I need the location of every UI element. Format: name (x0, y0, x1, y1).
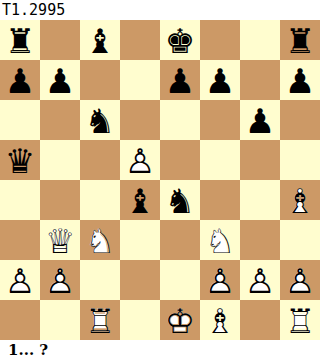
white-rook: ♜♖ (80, 300, 120, 340)
square-h4[interactable]: ♝♗ (280, 180, 320, 220)
square-g6[interactable]: ♟ (240, 100, 280, 140)
square-f2[interactable]: ♟♙ (200, 260, 240, 300)
white-pawn: ♟♙ (0, 260, 40, 300)
square-e2[interactable] (160, 260, 200, 300)
square-f6[interactable] (200, 100, 240, 140)
square-e4[interactable]: ♞ (160, 180, 200, 220)
square-c1[interactable]: ♜♖ (80, 300, 120, 340)
square-b1[interactable] (40, 300, 80, 340)
square-b3[interactable]: ♛♕ (40, 220, 80, 260)
white-king: ♚♔ (160, 300, 200, 340)
square-e5[interactable] (160, 140, 200, 180)
white-knight: ♞♘ (200, 220, 240, 260)
square-h8[interactable]: ♜ (280, 20, 320, 60)
white-bishop: ♝♗ (280, 180, 320, 220)
white-pawn: ♟♙ (200, 260, 240, 300)
square-b2[interactable]: ♟♙ (40, 260, 80, 300)
square-b6[interactable] (40, 100, 80, 140)
square-f5[interactable] (200, 140, 240, 180)
square-g4[interactable] (240, 180, 280, 220)
black-knight: ♞ (80, 100, 120, 140)
square-c4[interactable] (80, 180, 120, 220)
square-g8[interactable] (240, 20, 280, 60)
square-d3[interactable] (120, 220, 160, 260)
square-g2[interactable]: ♟♙ (240, 260, 280, 300)
square-g5[interactable] (240, 140, 280, 180)
position-id-label: T1.2995 (0, 1, 65, 19)
square-d2[interactable] (120, 260, 160, 300)
square-f1[interactable]: ♝♗ (200, 300, 240, 340)
square-h5[interactable] (280, 140, 320, 180)
white-pawn: ♟♙ (120, 140, 160, 180)
square-a2[interactable]: ♟♙ (0, 260, 40, 300)
black-queen: ♛ (0, 140, 40, 180)
square-e6[interactable] (160, 100, 200, 140)
square-d8[interactable] (120, 20, 160, 60)
black-bishop: ♝ (120, 180, 160, 220)
square-f8[interactable] (200, 20, 240, 60)
square-e8[interactable]: ♚ (160, 20, 200, 60)
white-knight: ♞♘ (80, 220, 120, 260)
square-f4[interactable] (200, 180, 240, 220)
square-b4[interactable] (40, 180, 80, 220)
chess-trainer-window: T1.2995 ♜♝♚♜♟♟♟♟♟♞♟♛♟♙♝♞♝♗♛♕♞♘♞♘♟♙♟♙♟♙♟♙… (0, 0, 320, 360)
black-bishop: ♝ (80, 20, 120, 60)
square-e3[interactable] (160, 220, 200, 260)
white-pawn: ♟♙ (240, 260, 280, 300)
black-pawn: ♟ (40, 60, 80, 100)
square-e7[interactable]: ♟ (160, 60, 200, 100)
square-a8[interactable]: ♜ (0, 20, 40, 60)
white-pawn: ♟♙ (280, 260, 320, 300)
square-g1[interactable] (240, 300, 280, 340)
square-h2[interactable]: ♟♙ (280, 260, 320, 300)
black-rook: ♜ (280, 20, 320, 60)
square-e1[interactable]: ♚♔ (160, 300, 200, 340)
white-queen: ♛♕ (40, 220, 80, 260)
black-pawn: ♟ (280, 60, 320, 100)
square-f7[interactable]: ♟ (200, 60, 240, 100)
square-a6[interactable] (0, 100, 40, 140)
square-b5[interactable] (40, 140, 80, 180)
black-pawn: ♟ (240, 100, 280, 140)
square-a1[interactable] (0, 300, 40, 340)
black-knight: ♞ (160, 180, 200, 220)
footer-bar: 1... ? (0, 340, 320, 360)
white-bishop: ♝♗ (200, 300, 240, 340)
square-d6[interactable] (120, 100, 160, 140)
square-h1[interactable]: ♜♖ (280, 300, 320, 340)
square-h3[interactable] (280, 220, 320, 260)
square-c6[interactable]: ♞ (80, 100, 120, 140)
square-d4[interactable]: ♝ (120, 180, 160, 220)
square-b7[interactable]: ♟ (40, 60, 80, 100)
move-prompt-label: 1... ? (0, 341, 48, 359)
white-rook: ♜♖ (280, 300, 320, 340)
square-d7[interactable] (120, 60, 160, 100)
square-g3[interactable] (240, 220, 280, 260)
square-g7[interactable] (240, 60, 280, 100)
white-pawn: ♟♙ (40, 260, 80, 300)
square-a4[interactable] (0, 180, 40, 220)
square-a3[interactable] (0, 220, 40, 260)
square-h7[interactable]: ♟ (280, 60, 320, 100)
square-c2[interactable] (80, 260, 120, 300)
square-d1[interactable] (120, 300, 160, 340)
black-pawn: ♟ (200, 60, 240, 100)
square-a5[interactable]: ♛ (0, 140, 40, 180)
square-c3[interactable]: ♞♘ (80, 220, 120, 260)
square-c5[interactable] (80, 140, 120, 180)
black-king: ♚ (160, 20, 200, 60)
square-a7[interactable]: ♟ (0, 60, 40, 100)
black-rook: ♜ (0, 20, 40, 60)
square-d5[interactable]: ♟♙ (120, 140, 160, 180)
square-b8[interactable] (40, 20, 80, 60)
black-pawn: ♟ (160, 60, 200, 100)
black-pawn: ♟ (0, 60, 40, 100)
header-bar: T1.2995 (0, 0, 320, 20)
square-f3[interactable]: ♞♘ (200, 220, 240, 260)
square-h6[interactable] (280, 100, 320, 140)
square-c7[interactable] (80, 60, 120, 100)
square-c8[interactable]: ♝ (80, 20, 120, 60)
chess-board: ♜♝♚♜♟♟♟♟♟♞♟♛♟♙♝♞♝♗♛♕♞♘♞♘♟♙♟♙♟♙♟♙♟♙♜♖♚♔♝♗… (0, 20, 320, 340)
